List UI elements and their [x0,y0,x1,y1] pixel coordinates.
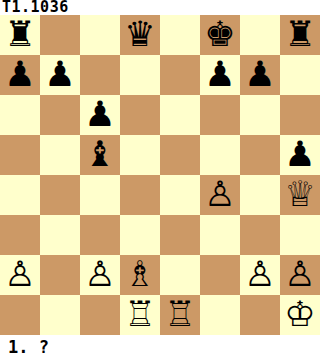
square-f8[interactable]: ♚ [200,15,240,55]
square-f6[interactable] [200,95,240,135]
square-a8[interactable]: ♜ [0,15,40,55]
square-a5[interactable] [0,135,40,175]
square-f3[interactable] [200,215,240,255]
square-h7[interactable] [280,55,320,95]
square-h8[interactable]: ♜ [280,15,320,55]
move-prompt: 1. ? [8,336,49,358]
piece-black-pawn: ♟ [84,94,115,134]
square-b2[interactable] [40,255,80,295]
square-b7[interactable]: ♟ [40,55,80,95]
square-a2[interactable]: ♙ [0,255,40,295]
square-h5[interactable]: ♟ [280,135,320,175]
square-b5[interactable] [40,135,80,175]
square-a7[interactable]: ♟ [0,55,40,95]
piece-white-queen: ♕ [284,174,315,214]
square-e1[interactable]: ♖ [160,295,200,335]
square-c6[interactable]: ♟ [80,95,120,135]
square-c5[interactable]: ♝ [80,135,120,175]
chess-board: ♜♛♚♜♟♟♟♟♟♝♟♙♕♙♙♗♙♙♖♖♔ [0,15,320,335]
square-c1[interactable] [80,295,120,335]
square-e4[interactable] [160,175,200,215]
square-e5[interactable] [160,135,200,175]
square-d4[interactable] [120,175,160,215]
piece-black-pawn: ♟ [284,134,315,174]
piece-white-rook: ♖ [124,294,155,334]
square-e6[interactable] [160,95,200,135]
square-g2[interactable]: ♙ [240,255,280,295]
piece-white-king: ♔ [284,294,315,334]
piece-black-rook: ♜ [284,14,315,54]
puzzle-page: T1.1036 ♜♛♚♜♟♟♟♟♟♝♟♙♕♙♙♗♙♙♖♖♔ 1. ? [0,0,320,360]
square-d1[interactable]: ♖ [120,295,160,335]
square-d6[interactable] [120,95,160,135]
square-g8[interactable] [240,15,280,55]
piece-black-queen: ♛ [124,14,155,54]
square-a3[interactable] [0,215,40,255]
piece-black-pawn: ♟ [4,54,35,94]
piece-black-pawn: ♟ [44,54,75,94]
square-f1[interactable] [200,295,240,335]
piece-white-pawn: ♙ [4,254,35,294]
square-d5[interactable] [120,135,160,175]
square-b6[interactable] [40,95,80,135]
piece-black-pawn: ♟ [204,54,235,94]
square-h6[interactable] [280,95,320,135]
square-a6[interactable] [0,95,40,135]
square-c7[interactable] [80,55,120,95]
piece-black-bishop: ♝ [84,134,115,174]
piece-black-pawn: ♟ [244,54,275,94]
square-h4[interactable]: ♕ [280,175,320,215]
square-e3[interactable] [160,215,200,255]
square-e8[interactable] [160,15,200,55]
piece-black-king: ♚ [204,14,235,54]
square-e2[interactable] [160,255,200,295]
piece-white-pawn: ♙ [284,254,315,294]
square-g3[interactable] [240,215,280,255]
square-c4[interactable] [80,175,120,215]
square-g7[interactable]: ♟ [240,55,280,95]
square-g4[interactable] [240,175,280,215]
square-g5[interactable] [240,135,280,175]
square-f5[interactable] [200,135,240,175]
square-d2[interactable]: ♗ [120,255,160,295]
piece-white-bishop: ♗ [124,254,155,294]
square-d8[interactable]: ♛ [120,15,160,55]
square-c8[interactable] [80,15,120,55]
piece-white-pawn: ♙ [204,174,235,214]
piece-black-rook: ♜ [4,14,35,54]
piece-white-pawn: ♙ [244,254,275,294]
square-b3[interactable] [40,215,80,255]
puzzle-title: T1.1036 [2,0,69,15]
square-e7[interactable] [160,55,200,95]
piece-white-rook: ♖ [164,294,195,334]
square-f2[interactable] [200,255,240,295]
square-c2[interactable]: ♙ [80,255,120,295]
square-a1[interactable] [0,295,40,335]
square-h3[interactable] [280,215,320,255]
square-g6[interactable] [240,95,280,135]
square-h1[interactable]: ♔ [280,295,320,335]
square-d3[interactable] [120,215,160,255]
piece-white-pawn: ♙ [84,254,115,294]
square-b8[interactable] [40,15,80,55]
square-f4[interactable]: ♙ [200,175,240,215]
square-b4[interactable] [40,175,80,215]
square-g1[interactable] [240,295,280,335]
square-c3[interactable] [80,215,120,255]
square-f7[interactable]: ♟ [200,55,240,95]
square-a4[interactable] [0,175,40,215]
square-d7[interactable] [120,55,160,95]
square-b1[interactable] [40,295,80,335]
square-h2[interactable]: ♙ [280,255,320,295]
